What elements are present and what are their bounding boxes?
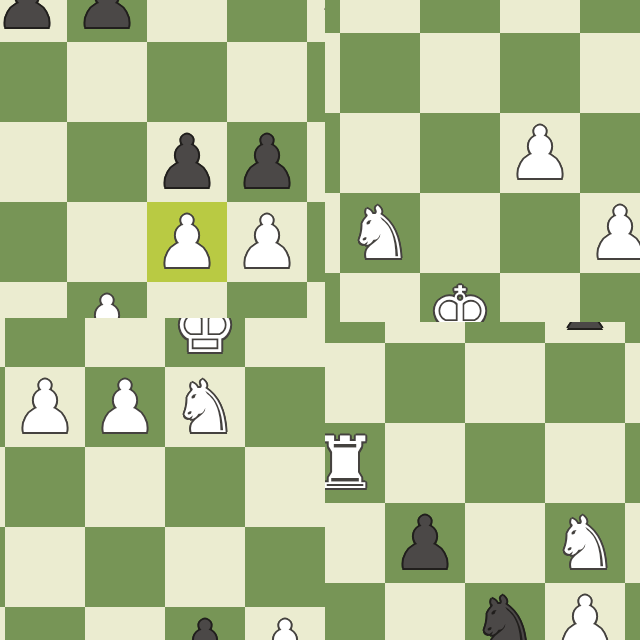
white-pawn-piece[interactable]: ♟ [500, 113, 580, 193]
square[interactable] [67, 122, 147, 202]
square[interactable] [325, 503, 385, 583]
square[interactable] [85, 527, 165, 607]
square[interactable] [625, 503, 640, 583]
square[interactable] [625, 343, 640, 423]
board-fragment-top-right: ♟♞♟♚ [325, 0, 640, 322]
square[interactable] [227, 0, 307, 42]
square[interactable] [85, 607, 165, 640]
square[interactable] [465, 343, 545, 423]
square[interactable] [0, 122, 67, 202]
square[interactable] [420, 113, 500, 193]
square[interactable] [227, 42, 307, 122]
square[interactable] [580, 33, 640, 113]
black-knight-piece[interactable]: ♞ [307, 0, 325, 42]
square[interactable] [147, 0, 227, 42]
white-knight-piece[interactable]: ♞ [545, 503, 625, 583]
black-pawn-piece[interactable]: ♟ [385, 503, 465, 583]
white-pawn-piece[interactable]: ♟ [545, 583, 625, 640]
square[interactable] [325, 193, 340, 273]
chess-board-collage: ♟♟♞♟♟♟♟♟♟♞♟♚♚♟♟♞♟♟♝♜♟♞♞♟ [0, 0, 640, 640]
square[interactable] [245, 447, 325, 527]
white-knight-piece[interactable]: ♞ [340, 193, 420, 273]
square[interactable] [5, 527, 85, 607]
square[interactable] [625, 583, 640, 640]
square[interactable] [325, 33, 340, 113]
board-fragment-bottom-right: ♝♜♟♞♞♟ [325, 322, 640, 640]
square[interactable] [580, 273, 640, 322]
square[interactable] [67, 202, 147, 282]
square[interactable] [545, 423, 625, 503]
square[interactable] [340, 273, 420, 322]
white-king-piece[interactable]: ♚ [165, 318, 245, 367]
white-king-piece[interactable]: ♚ [420, 273, 500, 322]
white-pawn-piece[interactable]: ♟ [67, 282, 147, 318]
square[interactable] [500, 0, 580, 33]
square[interactable] [0, 42, 67, 122]
square[interactable] [325, 583, 385, 640]
square[interactable] [625, 423, 640, 503]
square[interactable] [325, 343, 385, 423]
square[interactable] [340, 33, 420, 113]
square[interactable] [465, 503, 545, 583]
square[interactable] [245, 367, 325, 447]
square[interactable] [500, 193, 580, 273]
white-pawn-piece[interactable]: ♟ [85, 367, 165, 447]
square[interactable] [340, 113, 420, 193]
square[interactable] [165, 527, 245, 607]
square[interactable] [5, 447, 85, 527]
square[interactable] [0, 282, 67, 318]
board-fragment-bottom-left: ♚♟♟♞♟♟ [0, 318, 325, 640]
square[interactable] [85, 447, 165, 527]
black-pawn-piece[interactable]: ♟ [0, 0, 67, 42]
square[interactable] [147, 42, 227, 122]
square[interactable] [340, 0, 420, 33]
square[interactable] [465, 423, 545, 503]
black-bishop-piece[interactable]: ♝ [545, 322, 625, 343]
square[interactable] [385, 583, 465, 640]
square[interactable] [465, 322, 545, 343]
square[interactable] [580, 113, 640, 193]
board-grid-top-right: ♟♞♟♚ [325, 0, 640, 322]
square[interactable] [500, 273, 580, 322]
square[interactable] [245, 318, 325, 367]
black-knight-piece[interactable]: ♞ [465, 583, 545, 640]
square[interactable] [307, 122, 325, 202]
board-grid-bottom-left: ♚♟♟♞♟♟ [0, 318, 325, 640]
square[interactable] [545, 343, 625, 423]
square[interactable] [307, 202, 325, 282]
white-pawn-piece[interactable]: ♟ [245, 607, 325, 640]
square[interactable] [625, 322, 640, 343]
square[interactable] [385, 322, 465, 343]
square[interactable] [5, 607, 85, 640]
white-rook-piece[interactable]: ♜ [325, 423, 385, 503]
square[interactable] [307, 282, 325, 318]
black-pawn-piece[interactable]: ♟ [147, 122, 227, 202]
square[interactable] [67, 42, 147, 122]
square[interactable] [500, 33, 580, 113]
square[interactable] [5, 318, 85, 367]
square[interactable] [245, 527, 325, 607]
white-knight-piece[interactable]: ♞ [165, 367, 245, 447]
square[interactable] [147, 282, 227, 318]
black-pawn-piece[interactable]: ♟ [165, 607, 245, 640]
square[interactable] [420, 33, 500, 113]
square[interactable] [0, 202, 67, 282]
black-pawn-piece[interactable]: ♟ [67, 0, 147, 42]
square[interactable] [385, 343, 465, 423]
white-pawn-piece[interactable]: ♟ [147, 202, 227, 282]
square[interactable] [580, 0, 640, 33]
square[interactable] [325, 0, 340, 33]
square[interactable] [420, 0, 500, 33]
black-pawn-piece[interactable]: ♟ [227, 122, 307, 202]
square[interactable] [165, 447, 245, 527]
white-pawn-piece[interactable]: ♟ [5, 367, 85, 447]
square[interactable] [325, 322, 385, 343]
white-pawn-piece[interactable]: ♟ [580, 193, 640, 273]
square[interactable] [325, 113, 340, 193]
square[interactable] [385, 423, 465, 503]
board-grid-top-left: ♟♟♞♟♟♟♟♟ [0, 0, 325, 318]
white-pawn-piece[interactable]: ♟ [227, 202, 307, 282]
square[interactable] [325, 273, 340, 322]
board-grid-bottom-right: ♝♜♟♞♞♟ [325, 322, 640, 640]
square[interactable] [420, 193, 500, 273]
square[interactable] [227, 282, 307, 318]
square[interactable] [85, 318, 165, 367]
square[interactable] [307, 42, 325, 122]
board-fragment-top-left: ♟♟♞♟♟♟♟♟ [0, 0, 325, 318]
